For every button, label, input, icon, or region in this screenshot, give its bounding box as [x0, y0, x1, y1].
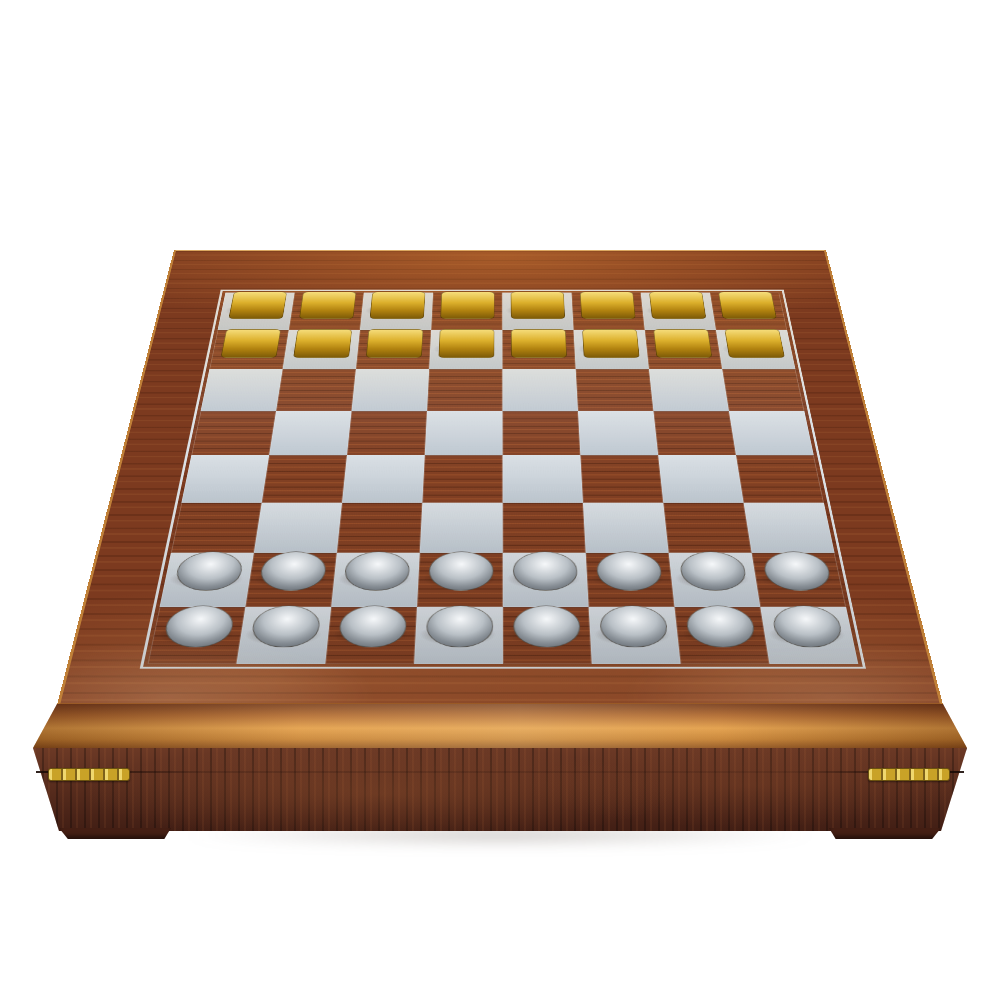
square-c7[interactable]: [356, 330, 431, 369]
square-a6[interactable]: [201, 369, 283, 411]
square-g6[interactable]: [649, 369, 729, 411]
square-c5[interactable]: [347, 411, 427, 455]
square-b3[interactable]: [254, 502, 342, 552]
square-h2[interactable]: [752, 553, 846, 607]
square-a2[interactable]: [160, 553, 254, 607]
square-c2[interactable]: [331, 553, 420, 607]
square-d6[interactable]: [427, 369, 502, 411]
square-a8[interactable]: [218, 293, 295, 330]
board-frame-line: [140, 290, 866, 669]
chessboard-lid-top: ♜♞♝♛♚♝♞♜♟♟♟♟♟♟♟♟♟♟♟♟♟♟♟♟♜♞♝♛♚♝♞♜ ♜♞♝♛♚♝♞…: [57, 250, 943, 705]
square-d5[interactable]: [425, 411, 503, 455]
square-f2[interactable]: [586, 553, 675, 607]
square-b6[interactable]: [276, 369, 356, 411]
square-g5[interactable]: [653, 411, 736, 455]
square-c4[interactable]: [342, 455, 425, 502]
square-a4[interactable]: [181, 455, 269, 502]
square-d2[interactable]: [417, 553, 503, 607]
square-a1[interactable]: [148, 607, 246, 665]
square-d3[interactable]: [420, 502, 503, 552]
square-g1[interactable]: [674, 607, 769, 665]
square-e4[interactable]: [503, 455, 583, 502]
square-h7[interactable]: [716, 330, 796, 369]
square-f1[interactable]: [589, 607, 681, 665]
square-h5[interactable]: [729, 411, 814, 455]
square-e8[interactable]: [502, 293, 573, 330]
hinge-right-icon: [868, 768, 950, 781]
board-3d-scene: ♜♞♝♛♚♝♞♜♟♟♟♟♟♟♟♟♟♟♟♟♟♟♟♟♜♞♝♛♚♝♞♜ ♜♞♝♛♚♝♞…: [0, 0, 1000, 1000]
square-f8[interactable]: [571, 293, 644, 330]
square-e2[interactable]: [503, 553, 589, 607]
square-e5[interactable]: [502, 411, 580, 455]
square-h4[interactable]: [736, 455, 824, 502]
square-b7[interactable]: [283, 330, 360, 369]
box-foot-right: [829, 828, 941, 839]
square-d1[interactable]: [414, 607, 503, 665]
square-c8[interactable]: [360, 293, 433, 330]
square-a3[interactable]: [171, 502, 262, 552]
square-h6[interactable]: [722, 369, 804, 411]
square-g2[interactable]: [669, 553, 761, 607]
square-f5[interactable]: [578, 411, 658, 455]
square-d8[interactable]: [431, 293, 502, 330]
king-glyph-icon: ♚: [479, 126, 595, 316]
square-c1[interactable]: [325, 607, 417, 665]
lid-seam-line: [36, 771, 964, 773]
square-h1[interactable]: [760, 607, 858, 665]
hinge-left-icon: [48, 768, 130, 781]
lid-front-bevel: [0, 704, 1000, 748]
queen-glyph-icon: ♛: [409, 129, 525, 316]
box-foot-left: [59, 828, 171, 839]
square-b2[interactable]: [245, 553, 336, 607]
square-b1[interactable]: [236, 607, 331, 665]
chessboard[interactable]: [148, 293, 859, 665]
square-f6[interactable]: [576, 369, 654, 411]
square-e3[interactable]: [503, 502, 586, 552]
square-c3[interactable]: [337, 502, 423, 552]
square-b5[interactable]: [269, 411, 351, 455]
square-h8[interactable]: [710, 293, 787, 330]
box-front-face: [0, 748, 1000, 831]
square-e6[interactable]: [502, 369, 578, 411]
square-a5[interactable]: [191, 411, 276, 455]
square-c6[interactable]: [352, 369, 430, 411]
square-f3[interactable]: [583, 502, 669, 552]
square-e7[interactable]: [502, 330, 575, 369]
product-photo-chess-set: ♜♞♝♛♚♝♞♜♟♟♟♟♟♟♟♟♟♟♟♟♟♟♟♟♜♞♝♛♚♝♞♜ ♜♞♝♛♚♝♞…: [0, 0, 1000, 1000]
square-h3[interactable]: [744, 502, 835, 552]
square-d7[interactable]: [429, 330, 502, 369]
square-b4[interactable]: [262, 455, 347, 502]
square-g3[interactable]: [663, 502, 751, 552]
square-e1[interactable]: [503, 607, 592, 665]
square-b8[interactable]: [289, 293, 364, 330]
square-g4[interactable]: [658, 455, 743, 502]
square-g7[interactable]: [645, 330, 722, 369]
square-d4[interactable]: [422, 455, 502, 502]
square-f4[interactable]: [580, 455, 663, 502]
square-f7[interactable]: [574, 330, 649, 369]
square-a7[interactable]: [209, 330, 288, 369]
square-g8[interactable]: [641, 293, 716, 330]
